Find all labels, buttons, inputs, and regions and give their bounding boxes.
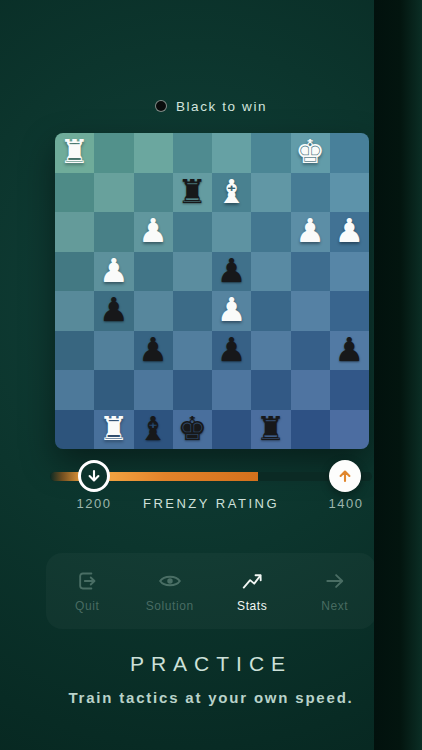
turn-indicator: Black to win <box>0 96 422 116</box>
black-pawn[interactable]: ♟ <box>335 333 365 366</box>
square-c3[interactable]: ♟ <box>134 331 173 371</box>
square-e8[interactable] <box>212 133 251 173</box>
square-d7[interactable]: ♜ <box>173 173 212 213</box>
turn-label: Black to win <box>176 99 267 114</box>
black-rook[interactable]: ♜ <box>256 412 286 445</box>
chess-board[interactable]: ♜♚♜♝♟♟♟♟♟♟♟♟♟♟♜♝♚♜ <box>55 133 369 449</box>
square-c1[interactable]: ♝ <box>134 410 173 450</box>
square-c2[interactable] <box>134 370 173 410</box>
square-b3[interactable] <box>94 331 133 371</box>
square-e4[interactable]: ♟ <box>212 291 251 331</box>
square-b7[interactable] <box>94 173 133 213</box>
solution-button[interactable]: Solution <box>129 570 212 613</box>
square-c5[interactable] <box>134 252 173 292</box>
page-subtitle: Train tactics at your own speed. <box>0 689 422 706</box>
square-a2[interactable] <box>55 370 94 410</box>
black-circle-icon <box>155 100 167 112</box>
square-h4[interactable] <box>330 291 369 331</box>
arrow-up-icon <box>337 468 353 484</box>
exit-icon <box>76 570 98 592</box>
square-b1[interactable]: ♜ <box>94 410 133 450</box>
square-c6[interactable]: ♟ <box>134 212 173 252</box>
square-d3[interactable] <box>173 331 212 371</box>
white-rook[interactable]: ♜ <box>99 412 129 445</box>
quit-label: Quit <box>75 599 99 613</box>
square-c4[interactable] <box>134 291 173 331</box>
square-f1[interactable]: ♜ <box>251 410 290 450</box>
square-f4[interactable] <box>251 291 290 331</box>
page-title: PRACTICE <box>0 652 422 676</box>
square-d6[interactable] <box>173 212 212 252</box>
white-pawn[interactable]: ♟ <box>217 293 247 326</box>
next-label: Next <box>321 599 348 613</box>
square-h5[interactable] <box>330 252 369 292</box>
square-g2[interactable] <box>291 370 330 410</box>
square-f6[interactable] <box>251 212 290 252</box>
square-a3[interactable] <box>55 331 94 371</box>
square-e6[interactable] <box>212 212 251 252</box>
stats-label: Stats <box>237 599 267 613</box>
page-edge-band <box>374 0 422 750</box>
square-a4[interactable] <box>55 291 94 331</box>
white-pawn[interactable]: ♟ <box>335 214 365 247</box>
white-bishop[interactable]: ♝ <box>217 175 247 208</box>
white-pawn[interactable]: ♟ <box>99 254 129 287</box>
square-h6[interactable]: ♟ <box>330 212 369 252</box>
square-g3[interactable] <box>291 331 330 371</box>
white-pawn[interactable]: ♟ <box>138 214 168 247</box>
arrow-right-icon <box>324 570 346 592</box>
square-b8[interactable] <box>94 133 133 173</box>
square-a7[interactable] <box>55 173 94 213</box>
square-b4[interactable]: ♟ <box>94 291 133 331</box>
square-f7[interactable] <box>251 173 290 213</box>
square-h7[interactable] <box>330 173 369 213</box>
black-pawn[interactable]: ♟ <box>217 333 247 366</box>
square-b6[interactable] <box>94 212 133 252</box>
square-a6[interactable] <box>55 212 94 252</box>
square-b2[interactable] <box>94 370 133 410</box>
next-button[interactable]: Next <box>294 570 377 613</box>
square-h2[interactable] <box>330 370 369 410</box>
square-f8[interactable] <box>251 133 290 173</box>
square-d8[interactable] <box>173 133 212 173</box>
app-screen: Black to win ♜♚♜♝♟♟♟♟♟♟♟♟♟♟♜♝♚♜ 1200 FRE… <box>0 0 422 750</box>
square-g7[interactable] <box>291 173 330 213</box>
square-f3[interactable] <box>251 331 290 371</box>
square-g1[interactable] <box>291 410 330 450</box>
square-e5[interactable]: ♟ <box>212 252 251 292</box>
square-e1[interactable] <box>212 410 251 450</box>
square-e2[interactable] <box>212 370 251 410</box>
square-c7[interactable] <box>134 173 173 213</box>
black-pawn[interactable]: ♟ <box>138 333 168 366</box>
square-h3[interactable]: ♟ <box>330 331 369 371</box>
black-bishop[interactable]: ♝ <box>138 412 168 445</box>
black-pawn[interactable]: ♟ <box>99 293 129 326</box>
square-a5[interactable] <box>55 252 94 292</box>
black-rook[interactable]: ♜ <box>178 175 208 208</box>
rating-down-button[interactable] <box>78 460 110 492</box>
square-h1[interactable] <box>330 410 369 450</box>
white-rook[interactable]: ♜ <box>60 135 90 168</box>
square-g4[interactable] <box>291 291 330 331</box>
eye-icon <box>158 570 182 592</box>
black-king[interactable]: ♚ <box>178 412 208 445</box>
quit-button[interactable]: Quit <box>46 570 129 613</box>
square-a1[interactable] <box>55 410 94 450</box>
square-e7[interactable]: ♝ <box>212 173 251 213</box>
white-pawn[interactable]: ♟ <box>295 214 325 247</box>
toolbar: Quit Solution Stats Next <box>46 553 376 629</box>
square-g6[interactable]: ♟ <box>291 212 330 252</box>
square-a8[interactable]: ♜ <box>55 133 94 173</box>
square-f5[interactable] <box>251 252 290 292</box>
square-e3[interactable]: ♟ <box>212 331 251 371</box>
square-f2[interactable] <box>251 370 290 410</box>
square-d2[interactable] <box>173 370 212 410</box>
stats-button[interactable]: Stats <box>211 570 294 613</box>
black-pawn[interactable]: ♟ <box>217 254 247 287</box>
square-c8[interactable] <box>134 133 173 173</box>
trend-up-icon <box>241 570 263 592</box>
solution-label: Solution <box>146 599 194 613</box>
square-d4[interactable] <box>173 291 212 331</box>
square-h8[interactable] <box>330 133 369 173</box>
rating-up-button[interactable] <box>329 460 361 492</box>
white-king[interactable]: ♚ <box>295 135 325 168</box>
square-g8[interactable]: ♚ <box>291 133 330 173</box>
square-d1[interactable]: ♚ <box>173 410 212 450</box>
square-b5[interactable]: ♟ <box>94 252 133 292</box>
square-d5[interactable] <box>173 252 212 292</box>
arrow-down-icon <box>86 468 102 484</box>
square-g5[interactable] <box>291 252 330 292</box>
